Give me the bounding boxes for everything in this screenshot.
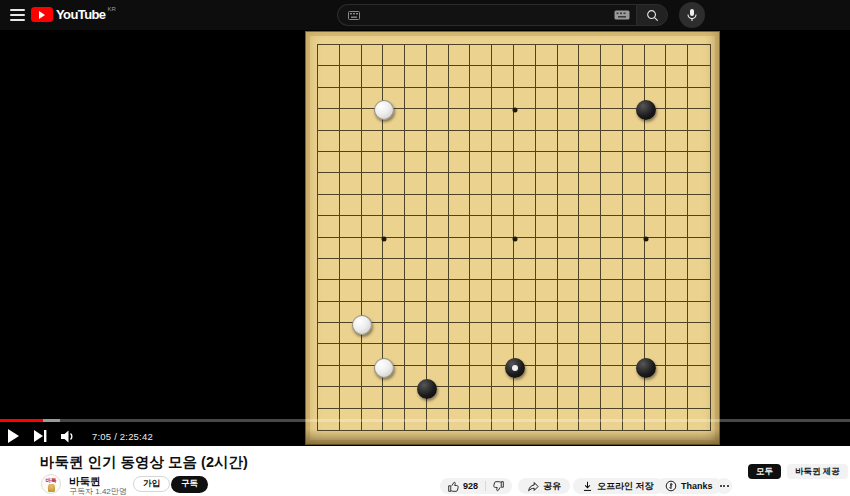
black-stone-Q4[interactable] xyxy=(636,358,656,378)
thumbs-up-icon[interactable] xyxy=(448,481,459,492)
logo-text: YouTube xyxy=(56,7,105,22)
menu-icon[interactable] xyxy=(10,9,25,21)
share-button[interactable]: 공유 xyxy=(518,478,570,494)
progress-bar[interactable] xyxy=(0,419,850,422)
download-button[interactable]: 오프라인 저장 xyxy=(573,478,663,494)
chip-all[interactable]: 모두 xyxy=(748,464,781,479)
like-count: 928 xyxy=(463,481,478,491)
search-button[interactable] xyxy=(636,4,668,26)
time-display: 7:05 / 2:25:42 xyxy=(92,431,153,442)
download-label: 오프라인 저장 xyxy=(597,480,654,493)
search-field[interactable] xyxy=(337,4,636,26)
hoshi-point xyxy=(644,236,649,241)
avatar-text: 바둑 xyxy=(42,478,60,483)
youtube-app: YouTube KR xyxy=(0,0,850,496)
go-board xyxy=(305,31,720,445)
black-stone-K4[interactable] xyxy=(505,358,525,378)
hoshi-point xyxy=(381,236,386,241)
like-dislike-pill: 928 xyxy=(440,478,512,494)
hoshi-point xyxy=(513,107,518,112)
chip-from-channel[interactable]: 바둑퀸 제공 xyxy=(787,464,848,479)
join-button[interactable]: 가입 xyxy=(133,476,170,492)
filter-chips: 모두 바둑퀸 제공 관련 동영상 xyxy=(748,464,850,479)
progress-played xyxy=(0,419,43,422)
video-player[interactable]: 7:05 / 2:25:42 xyxy=(0,30,850,446)
microphone-icon xyxy=(686,8,698,22)
subscriber-count: 구독자 1.42만명 xyxy=(69,486,127,496)
search-bar xyxy=(337,4,668,26)
next-icon xyxy=(34,430,47,442)
white-stone-D4[interactable] xyxy=(374,358,394,378)
player-controls: 7:05 / 2:25:42 xyxy=(0,426,420,446)
thanks-label: Thanks xyxy=(681,481,713,491)
logo-country-code: KR xyxy=(107,6,115,12)
hoshi-point xyxy=(513,236,518,241)
avatar-queen-figure-icon xyxy=(48,484,55,492)
download-icon xyxy=(582,481,593,492)
thumbs-down-icon[interactable] xyxy=(493,481,504,492)
share-label: 공유 xyxy=(543,480,561,493)
search-input[interactable] xyxy=(366,10,614,21)
keyboard-icon[interactable] xyxy=(614,10,630,20)
play-button[interactable] xyxy=(0,426,26,446)
volume-icon xyxy=(61,430,76,443)
youtube-logo[interactable]: YouTube KR xyxy=(31,7,116,22)
white-stone-C6[interactable] xyxy=(352,315,372,335)
ime-keyboard-icon xyxy=(348,11,360,20)
play-icon xyxy=(7,429,19,443)
video-title: 바둑퀸 인기 동영상 모음 (2시간) xyxy=(40,453,248,472)
thanks-heart-dollar-icon xyxy=(665,480,677,492)
black-stone-F3[interactable] xyxy=(417,379,437,399)
last-move-marker xyxy=(512,365,518,371)
share-icon xyxy=(527,481,539,492)
voice-search-button[interactable] xyxy=(679,2,705,28)
youtube-play-icon xyxy=(31,7,53,22)
more-actions-button[interactable] xyxy=(716,478,732,494)
subscribe-button[interactable]: 구독 xyxy=(171,476,208,493)
thanks-button[interactable]: Thanks xyxy=(656,478,722,494)
white-stone-D16[interactable] xyxy=(374,100,394,120)
volume-button[interactable] xyxy=(54,426,82,446)
video-info-section: 바둑퀸 인기 동영상 모음 (2시간) 바둑 바둑퀸 구독자 1.42만명 가입… xyxy=(0,446,850,496)
black-stone-Q16[interactable] xyxy=(636,100,656,120)
channel-avatar[interactable]: 바둑 xyxy=(41,474,61,494)
top-bar: YouTube KR xyxy=(0,0,850,30)
next-button[interactable] xyxy=(26,426,54,446)
pill-divider xyxy=(485,481,486,491)
search-icon xyxy=(646,9,659,22)
